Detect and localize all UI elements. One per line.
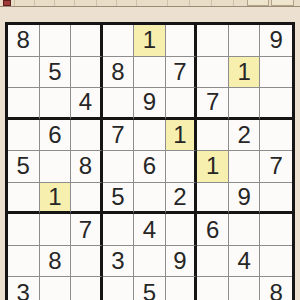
cell-r3c8[interactable] [229, 88, 261, 120]
toolbar-separator [167, 0, 168, 6]
toolbar-separator [211, 0, 212, 6]
cell-r3c7[interactable]: 7 [197, 88, 229, 120]
toolbar-separator [74, 0, 75, 6]
cell-r9c7[interactable] [197, 277, 229, 300]
cell-r7c5[interactable]: 4 [134, 214, 166, 246]
toolbar-button[interactable] [247, 0, 269, 6]
cell-r9c5[interactable]: 5 [134, 277, 166, 300]
toolbar-separator [14, 0, 15, 6]
cell-r5c5[interactable]: 6 [134, 151, 166, 183]
cell-r9c4[interactable] [103, 277, 135, 300]
cell-r4c5[interactable] [134, 120, 166, 152]
cell-r7c6[interactable] [166, 214, 198, 246]
cell-r1c8[interactable] [229, 25, 261, 57]
cell-r8c4[interactable]: 3 [103, 246, 135, 278]
cell-r7c9[interactable] [260, 214, 292, 246]
cell-r8c3[interactable] [71, 246, 103, 278]
cell-r1c2[interactable] [40, 25, 72, 57]
cell-r6c9[interactable] [260, 183, 292, 215]
toolbar [0, 0, 300, 7]
cell-r5c1[interactable]: 5 [8, 151, 40, 183]
toolbar-separator [233, 0, 234, 6]
cell-r9c1[interactable]: 3 [8, 277, 40, 300]
app-icon[interactable] [3, 0, 11, 6]
cell-r2c9[interactable] [260, 57, 292, 89]
cell-r4c1[interactable] [8, 120, 40, 152]
cell-r6c5[interactable] [134, 183, 166, 215]
cell-r1c3[interactable] [71, 25, 103, 57]
cell-r5c3[interactable]: 8 [71, 151, 103, 183]
cell-r6c8[interactable]: 9 [229, 183, 261, 215]
cell-r6c1[interactable] [8, 183, 40, 215]
cell-r5c9[interactable]: 7 [260, 151, 292, 183]
cell-r9c2[interactable] [40, 277, 72, 300]
cell-r1c9[interactable]: 9 [260, 25, 292, 57]
cell-r8c2[interactable]: 8 [40, 246, 72, 278]
cell-r7c7[interactable]: 6 [197, 214, 229, 246]
cell-r8c7[interactable] [197, 246, 229, 278]
cell-r2c2[interactable]: 5 [40, 57, 72, 89]
cell-r9c8[interactable] [229, 277, 261, 300]
toolbar-button[interactable] [271, 0, 294, 6]
cell-r1c7[interactable] [197, 25, 229, 57]
cell-r7c2[interactable] [40, 214, 72, 246]
cell-r8c6[interactable]: 9 [166, 246, 198, 278]
cell-r3c9[interactable] [260, 88, 292, 120]
cell-r4c4[interactable]: 7 [103, 120, 135, 152]
toolbar-separator [136, 0, 137, 6]
cell-r6c4[interactable]: 5 [103, 183, 135, 215]
cell-r5c6[interactable] [166, 151, 198, 183]
cell-r1c5[interactable]: 1 [134, 25, 166, 57]
cell-r2c5[interactable] [134, 57, 166, 89]
cell-r6c7[interactable] [197, 183, 229, 215]
toolbar-separator [96, 0, 97, 6]
cell-r4c9[interactable] [260, 120, 292, 152]
cell-r6c2[interactable]: 1 [40, 183, 72, 215]
cell-r6c3[interactable] [71, 183, 103, 215]
toolbar-separator [189, 0, 190, 6]
cell-r5c8[interactable] [229, 151, 261, 183]
cell-r8c8[interactable]: 4 [229, 246, 261, 278]
toolbar-separator [54, 0, 55, 6]
cell-r8c1[interactable] [8, 246, 40, 278]
cell-r4c8[interactable]: 2 [229, 120, 261, 152]
cell-r2c8[interactable]: 1 [229, 57, 261, 89]
toolbar-separator [116, 0, 117, 6]
cell-r3c3[interactable]: 4 [71, 88, 103, 120]
sudoku-board: 819587149767125861715297468394358 [5, 22, 295, 300]
cell-r9c3[interactable] [71, 277, 103, 300]
cell-r9c9[interactable]: 8 [260, 277, 292, 300]
cell-r2c1[interactable] [8, 57, 40, 89]
cell-r6c6[interactable]: 2 [166, 183, 198, 215]
cell-r4c7[interactable] [197, 120, 229, 152]
cell-r5c4[interactable] [103, 151, 135, 183]
cell-r7c1[interactable] [8, 214, 40, 246]
cell-r7c8[interactable] [229, 214, 261, 246]
cell-r8c5[interactable] [134, 246, 166, 278]
cell-r4c3[interactable] [71, 120, 103, 152]
cell-r5c7[interactable]: 1 [197, 151, 229, 183]
cell-r1c4[interactable] [103, 25, 135, 57]
cell-r3c1[interactable] [8, 88, 40, 120]
cell-r3c5[interactable]: 9 [134, 88, 166, 120]
cell-r2c7[interactable] [197, 57, 229, 89]
cell-r8c9[interactable] [260, 246, 292, 278]
cell-r9c6[interactable] [166, 277, 198, 300]
cell-r1c1[interactable]: 8 [8, 25, 40, 57]
cell-r2c6[interactable]: 7 [166, 57, 198, 89]
cell-r1c6[interactable] [166, 25, 198, 57]
cell-r2c3[interactable] [71, 57, 103, 89]
cell-r7c3[interactable]: 7 [71, 214, 103, 246]
cell-r7c4[interactable] [103, 214, 135, 246]
cell-r3c4[interactable] [103, 88, 135, 120]
cell-r2c4[interactable]: 8 [103, 57, 135, 89]
cell-r3c2[interactable] [40, 88, 72, 120]
cell-r4c2[interactable]: 6 [40, 120, 72, 152]
cell-r5c2[interactable] [40, 151, 72, 183]
cell-r4c6[interactable]: 1 [166, 120, 198, 152]
cell-r3c6[interactable] [166, 88, 198, 120]
toolbar-separator [34, 0, 35, 6]
